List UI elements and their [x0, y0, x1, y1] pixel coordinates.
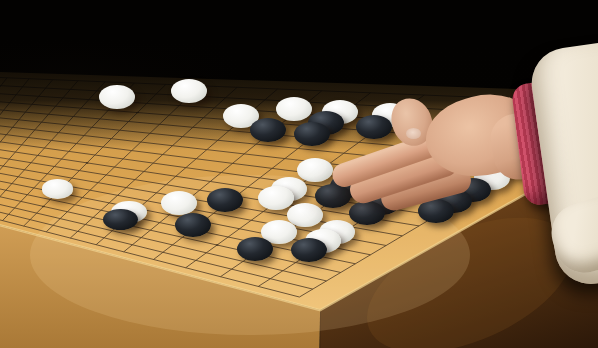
go-photo-scene — [0, 0, 598, 348]
fingernail — [406, 128, 421, 139]
